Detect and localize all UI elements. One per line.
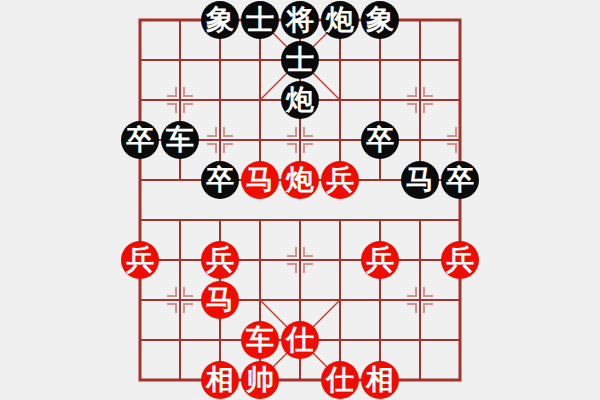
piece-black-horse[interactable]: 马 — [401, 161, 439, 199]
piece-black-cannon[interactable]: 炮 — [321, 1, 359, 39]
piece-red-soldier[interactable]: 兵 — [361, 241, 399, 279]
piece-black-advisor[interactable]: 士 — [281, 41, 319, 79]
piece-red-horse[interactable]: 马 — [201, 281, 239, 319]
piece-black-cannon[interactable]: 炮 — [281, 81, 319, 119]
xiangqi-board-screen: 象士将炮象士炮卒车卒卒马炮兵马卒兵兵兵兵马车仕相帅仕相 — [0, 0, 600, 400]
piece-red-general[interactable]: 帅 — [241, 361, 279, 399]
piece-black-soldier[interactable]: 卒 — [121, 121, 159, 159]
piece-black-general[interactable]: 将 — [281, 1, 319, 39]
piece-red-cannon[interactable]: 炮 — [281, 161, 319, 199]
piece-black-elephant[interactable]: 象 — [361, 1, 399, 39]
piece-red-elephant[interactable]: 相 — [361, 361, 399, 399]
piece-red-horse[interactable]: 马 — [241, 161, 279, 199]
piece-red-advisor[interactable]: 仕 — [321, 361, 359, 399]
piece-red-elephant[interactable]: 相 — [201, 361, 239, 399]
piece-red-chariot[interactable]: 车 — [241, 321, 279, 359]
piece-black-soldier[interactable]: 卒 — [201, 161, 239, 199]
piece-red-soldier[interactable]: 兵 — [121, 241, 159, 279]
piece-red-soldier[interactable]: 兵 — [441, 241, 479, 279]
piece-red-soldier[interactable]: 兵 — [321, 161, 359, 199]
piece-black-soldier[interactable]: 卒 — [441, 161, 479, 199]
piece-black-chariot[interactable]: 车 — [161, 121, 199, 159]
piece-black-advisor[interactable]: 士 — [241, 1, 279, 39]
piece-red-advisor[interactable]: 仕 — [281, 321, 319, 359]
pieces-layer: 象士将炮象士炮卒车卒卒马炮兵马卒兵兵兵兵马车仕相帅仕相 — [120, 0, 480, 400]
piece-black-soldier[interactable]: 卒 — [361, 121, 399, 159]
piece-red-soldier[interactable]: 兵 — [201, 241, 239, 279]
piece-black-elephant[interactable]: 象 — [201, 1, 239, 39]
